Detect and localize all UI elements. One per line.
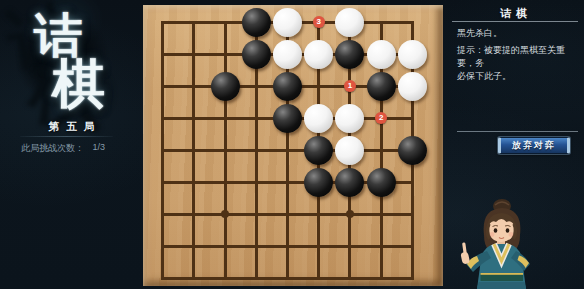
board-point-c8-r3[interactable] xyxy=(366,70,397,102)
board-point-c4-r6[interactable] xyxy=(241,166,272,198)
board-point-c6-r4[interactable] xyxy=(303,102,334,134)
board-point-c3-r4[interactable] xyxy=(209,102,240,134)
board-point-c9-r5[interactable] xyxy=(397,134,428,166)
white-stone[interactable] xyxy=(304,104,333,133)
board-point-c9-r3[interactable] xyxy=(397,70,428,102)
board-point-c6-r8[interactable] xyxy=(303,230,334,262)
board-point-c7-r9[interactable] xyxy=(334,262,365,286)
board-point-c7-r1[interactable] xyxy=(334,6,365,38)
board-point-c4-r2[interactable] xyxy=(241,38,272,70)
board-point-c9-r9[interactable] xyxy=(397,262,428,286)
board-point-c7-r2[interactable] xyxy=(334,38,365,70)
board-point-c2-r8[interactable] xyxy=(178,230,209,262)
white-stone[interactable] xyxy=(335,136,364,165)
hint-text: 提示：被要提的黑棋至关重要，务 必保下此子。 xyxy=(457,44,581,83)
star-point xyxy=(221,210,229,218)
board-point-c5-r8[interactable] xyxy=(272,230,303,262)
board-point-c3-r8[interactable] xyxy=(209,230,240,262)
board-point-c1-r9[interactable] xyxy=(147,262,178,286)
board-point-c7-r5[interactable] xyxy=(334,134,365,166)
board-point-c6-r5[interactable] xyxy=(303,134,334,166)
board-point-c2-r9[interactable] xyxy=(178,262,209,286)
board-point-c7-r7[interactable] xyxy=(334,198,365,230)
board-point-c9-r6[interactable] xyxy=(397,166,428,198)
sidebar-divider xyxy=(20,136,113,137)
white-stone[interactable] xyxy=(398,72,427,101)
board-point-c2-r1[interactable] xyxy=(178,6,209,38)
board-point-c2-r3[interactable] xyxy=(178,70,209,102)
board-point-c9-r2[interactable] xyxy=(397,38,428,70)
board-point-c8-r7[interactable] xyxy=(366,198,397,230)
board-point-c8-r1[interactable] xyxy=(366,6,397,38)
advisor-illustration xyxy=(450,197,550,289)
board-point-c4-r7[interactable] xyxy=(241,198,272,230)
tsumego-screen: 诘 棋 诘 棋 第五局 此局挑战次数： 1/3 312 诘棋 黑先杀白。 提示：… xyxy=(0,0,584,289)
board-point-c7-r3[interactable]: 1 xyxy=(334,70,365,102)
board-point-c1-r7[interactable] xyxy=(147,198,178,230)
white-stone[interactable] xyxy=(304,40,333,69)
board-point-c4-r5[interactable] xyxy=(241,134,272,166)
board-point-c5-r4[interactable] xyxy=(272,102,303,134)
board-point-c1-r4[interactable] xyxy=(147,102,178,134)
board-point-c3-r9[interactable] xyxy=(209,262,240,286)
white-stone[interactable] xyxy=(335,104,364,133)
board-point-c6-r6[interactable] xyxy=(303,166,334,198)
calligraphy-title-char-2: 棋 xyxy=(52,57,105,110)
go-board: 312 xyxy=(143,5,443,286)
move-hint-marker-1: 1 xyxy=(344,80,356,92)
title-underline xyxy=(452,21,578,22)
board-point-c1-r6[interactable] xyxy=(147,166,178,198)
round-label: 第五局 xyxy=(0,120,143,134)
black-stone[interactable] xyxy=(242,40,271,69)
objective-text: 黑先杀白。 xyxy=(457,27,579,40)
board-point-c5-r1[interactable] xyxy=(272,6,303,38)
board-point-c8-r8[interactable] xyxy=(366,230,397,262)
board-point-c1-r5[interactable] xyxy=(147,134,178,166)
board-point-c2-r5[interactable] xyxy=(178,134,209,166)
board-point-c4-r3[interactable] xyxy=(241,70,272,102)
black-stone[interactable] xyxy=(335,168,364,197)
panel-title: 诘棋 xyxy=(443,6,584,21)
black-stone[interactable] xyxy=(242,8,271,37)
board-point-c1-r3[interactable] xyxy=(147,70,178,102)
board-point-c4-r9[interactable] xyxy=(241,262,272,286)
board-point-c9-r7[interactable] xyxy=(397,198,428,230)
black-stone[interactable] xyxy=(273,104,302,133)
black-stone[interactable] xyxy=(367,168,396,197)
panel-divider xyxy=(457,131,578,132)
board-point-c6-r2[interactable] xyxy=(303,38,334,70)
board-point-c8-r9[interactable] xyxy=(366,262,397,286)
board-point-c2-r7[interactable] xyxy=(178,198,209,230)
black-stone[interactable] xyxy=(367,72,396,101)
white-stone[interactable] xyxy=(398,40,427,69)
board-point-c9-r4[interactable] xyxy=(397,102,428,134)
board-point-c4-r8[interactable] xyxy=(241,230,272,262)
move-hint-marker-3: 3 xyxy=(313,16,325,28)
board-point-c5-r5[interactable] xyxy=(272,134,303,166)
board-point-c6-r7[interactable] xyxy=(303,198,334,230)
board-point-c8-r5[interactable] xyxy=(366,134,397,166)
white-stone[interactable] xyxy=(273,40,302,69)
board-point-c9-r8[interactable] xyxy=(397,230,428,262)
board-point-c7-r4[interactable] xyxy=(334,102,365,134)
board-point-c8-r6[interactable] xyxy=(366,166,397,198)
board-point-c5-r7[interactable] xyxy=(272,198,303,230)
board-point-c6-r3[interactable] xyxy=(303,70,334,102)
board-point-c3-r5[interactable] xyxy=(209,134,240,166)
board-point-c7-r6[interactable] xyxy=(334,166,365,198)
black-stone[interactable] xyxy=(398,136,427,165)
white-stone[interactable] xyxy=(335,8,364,37)
attempts-label: 此局挑战次数： xyxy=(21,142,84,155)
board-point-c2-r2[interactable] xyxy=(178,38,209,70)
board-point-c8-r2[interactable] xyxy=(366,38,397,70)
black-stone[interactable] xyxy=(304,136,333,165)
board-point-c1-r1[interactable] xyxy=(147,6,178,38)
board-point-c3-r3[interactable] xyxy=(209,70,240,102)
board-point-c4-r4[interactable] xyxy=(241,102,272,134)
board-point-c2-r4[interactable] xyxy=(178,102,209,134)
white-stone[interactable] xyxy=(367,40,396,69)
board-point-c8-r4[interactable]: 2 xyxy=(366,102,397,134)
board-point-c9-r1[interactable] xyxy=(397,6,428,38)
board-point-c4-r1[interactable] xyxy=(241,6,272,38)
board-point-c5-r9[interactable] xyxy=(272,262,303,286)
board-point-c7-r8[interactable] xyxy=(334,230,365,262)
goban-grid: 312 xyxy=(147,6,428,286)
move-hint-marker-2: 2 xyxy=(375,112,387,124)
black-stone[interactable] xyxy=(273,72,302,101)
board-point-c2-r6[interactable] xyxy=(178,166,209,198)
board-point-c3-r2[interactable] xyxy=(209,38,240,70)
board-point-c3-r1[interactable] xyxy=(209,6,240,38)
board-point-c5-r3[interactable] xyxy=(272,70,303,102)
black-stone[interactable] xyxy=(211,72,240,101)
advisor-character xyxy=(450,197,550,289)
board-point-c6-r1[interactable]: 3 xyxy=(303,6,334,38)
board-point-c5-r2[interactable] xyxy=(272,38,303,70)
board-point-c1-r8[interactable] xyxy=(147,230,178,262)
attempts-value: 1/3 xyxy=(92,142,105,155)
give-up-button[interactable]: 放弃对弈 xyxy=(498,137,570,154)
board-point-c3-r7[interactable] xyxy=(209,198,240,230)
black-stone[interactable] xyxy=(304,168,333,197)
board-point-c1-r2[interactable] xyxy=(147,38,178,70)
black-stone[interactable] xyxy=(335,40,364,69)
board-point-c6-r9[interactable] xyxy=(303,262,334,286)
attempts-row: 此局挑战次数： 1/3 xyxy=(21,142,105,155)
board-point-c3-r6[interactable] xyxy=(209,166,240,198)
star-point xyxy=(346,210,354,218)
board-point-c5-r6[interactable] xyxy=(272,166,303,198)
white-stone[interactable] xyxy=(273,8,302,37)
left-sidebar: 诘 棋 诘 棋 第五局 此局挑战次数： 1/3 xyxy=(0,0,143,289)
